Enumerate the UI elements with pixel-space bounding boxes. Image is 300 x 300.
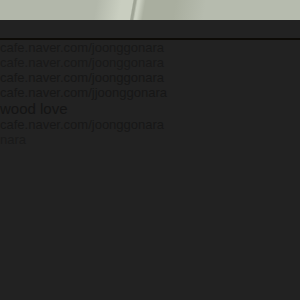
product-photo-wooden-checkerboard: cafe.naver.com/joonggonaracafe.naver.com… bbox=[0, 0, 300, 300]
background-wall bbox=[0, 0, 300, 20]
watermark-layer: cafe.naver.com/joonggonaracafe.naver.com… bbox=[0, 40, 300, 147]
watermark-text-5: cafe.naver.com/joonggonara bbox=[0, 117, 300, 132]
watermark-text-2: cafe.naver.com/joonggonara bbox=[0, 70, 300, 85]
watermark-text-3: cafe.naver.com/jjoonggonara bbox=[0, 85, 300, 100]
board-bottom-edge-highlight bbox=[0, 19, 300, 21]
watermark-text-0: cafe.naver.com/joonggonara bbox=[0, 40, 300, 55]
watermark-text-1: cafe.naver.com/joonggonara bbox=[0, 55, 300, 70]
watermark-text-6: nara bbox=[0, 132, 300, 147]
board-bottom-edge bbox=[0, 26, 300, 39]
watermark-text-4: wood love bbox=[0, 100, 300, 117]
